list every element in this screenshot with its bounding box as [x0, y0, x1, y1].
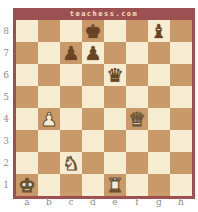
white-pawn-b4[interactable]: ♟ — [38, 108, 60, 130]
square-a4[interactable] — [16, 108, 38, 130]
square-f6[interactable] — [126, 64, 148, 86]
square-c3[interactable] — [60, 130, 82, 152]
file-label-h: h — [170, 197, 192, 207]
square-d7[interactable]: ♟ — [82, 42, 104, 64]
square-f1[interactable] — [126, 174, 148, 196]
square-b1[interactable] — [38, 174, 60, 196]
square-h4[interactable] — [170, 108, 192, 130]
square-h7[interactable] — [170, 42, 192, 64]
square-g3[interactable] — [148, 130, 170, 152]
board-frame: teachess.com ♚♝♟♟♛♟♛♞♚♜ — [13, 8, 195, 199]
square-c6[interactable] — [60, 64, 82, 86]
square-h1[interactable] — [170, 174, 192, 196]
square-h2[interactable] — [170, 152, 192, 174]
black-pawn-d7[interactable]: ♟ — [82, 42, 104, 64]
square-g4[interactable] — [148, 108, 170, 130]
white-king-a1[interactable]: ♚ — [16, 174, 38, 196]
square-h8[interactable] — [170, 20, 192, 42]
black-king-d8[interactable]: ♚ — [82, 20, 104, 42]
file-label-b: b — [38, 197, 60, 207]
white-rook-e1[interactable]: ♜ — [104, 174, 126, 196]
square-f8[interactable] — [126, 20, 148, 42]
square-d6[interactable] — [82, 64, 104, 86]
file-label-f: f — [126, 197, 148, 207]
square-a1[interactable]: ♚ — [16, 174, 38, 196]
file-label-d: d — [82, 197, 104, 207]
rank-labels: 87654321 — [0, 20, 12, 196]
square-h5[interactable] — [170, 86, 192, 108]
square-g6[interactable] — [148, 64, 170, 86]
square-h3[interactable] — [170, 130, 192, 152]
square-b8[interactable] — [38, 20, 60, 42]
square-b4[interactable]: ♟ — [38, 108, 60, 130]
square-b3[interactable] — [38, 130, 60, 152]
square-c4[interactable] — [60, 108, 82, 130]
rank-label-6: 6 — [0, 64, 12, 86]
square-a8[interactable] — [16, 20, 38, 42]
rank-label-5: 5 — [0, 86, 12, 108]
square-f2[interactable] — [126, 152, 148, 174]
square-e5[interactable] — [104, 86, 126, 108]
square-e2[interactable] — [104, 152, 126, 174]
square-b2[interactable] — [38, 152, 60, 174]
square-c2[interactable]: ♞ — [60, 152, 82, 174]
square-f4[interactable]: ♛ — [126, 108, 148, 130]
square-h6[interactable] — [170, 64, 192, 86]
square-e3[interactable] — [104, 130, 126, 152]
square-c7[interactable]: ♟ — [60, 42, 82, 64]
square-d2[interactable] — [82, 152, 104, 174]
square-d8[interactable]: ♚ — [82, 20, 104, 42]
square-c8[interactable] — [60, 20, 82, 42]
square-b7[interactable] — [38, 42, 60, 64]
file-label-a: a — [16, 197, 38, 207]
square-g7[interactable] — [148, 42, 170, 64]
file-labels: abcdefgh — [16, 197, 192, 207]
site-banner: teachess.com — [16, 8, 192, 20]
square-d1[interactable] — [82, 174, 104, 196]
white-knight-c2[interactable]: ♞ — [60, 152, 82, 174]
square-d3[interactable] — [82, 130, 104, 152]
rank-label-4: 4 — [0, 108, 12, 130]
square-g1[interactable] — [148, 174, 170, 196]
square-e7[interactable] — [104, 42, 126, 64]
rank-label-3: 3 — [0, 130, 12, 152]
square-c5[interactable] — [60, 86, 82, 108]
square-g8[interactable]: ♝ — [148, 20, 170, 42]
black-pawn-c7[interactable]: ♟ — [60, 42, 82, 64]
square-d5[interactable] — [82, 86, 104, 108]
board: ♚♝♟♟♛♟♛♞♚♜ — [16, 20, 192, 196]
square-a2[interactable] — [16, 152, 38, 174]
square-d4[interactable] — [82, 108, 104, 130]
square-a3[interactable] — [16, 130, 38, 152]
square-f3[interactable] — [126, 130, 148, 152]
square-f5[interactable] — [126, 86, 148, 108]
file-label-g: g — [148, 197, 170, 207]
black-queen-e6[interactable]: ♛ — [104, 64, 126, 86]
square-f7[interactable] — [126, 42, 148, 64]
white-queen-f4[interactable]: ♛ — [126, 108, 148, 130]
rank-label-1: 1 — [0, 174, 12, 196]
square-e1[interactable]: ♜ — [104, 174, 126, 196]
square-e4[interactable] — [104, 108, 126, 130]
square-a6[interactable] — [16, 64, 38, 86]
file-label-c: c — [60, 197, 82, 207]
square-e6[interactable]: ♛ — [104, 64, 126, 86]
rank-label-8: 8 — [0, 20, 12, 42]
rank-label-2: 2 — [0, 152, 12, 174]
file-label-e: e — [104, 197, 126, 207]
square-b6[interactable] — [38, 64, 60, 86]
black-bishop-g8[interactable]: ♝ — [148, 20, 170, 42]
square-c1[interactable] — [60, 174, 82, 196]
square-g5[interactable] — [148, 86, 170, 108]
square-e8[interactable] — [104, 20, 126, 42]
square-b5[interactable] — [38, 86, 60, 108]
square-a7[interactable] — [16, 42, 38, 64]
square-g2[interactable] — [148, 152, 170, 174]
square-a5[interactable] — [16, 86, 38, 108]
rank-label-7: 7 — [0, 42, 12, 64]
